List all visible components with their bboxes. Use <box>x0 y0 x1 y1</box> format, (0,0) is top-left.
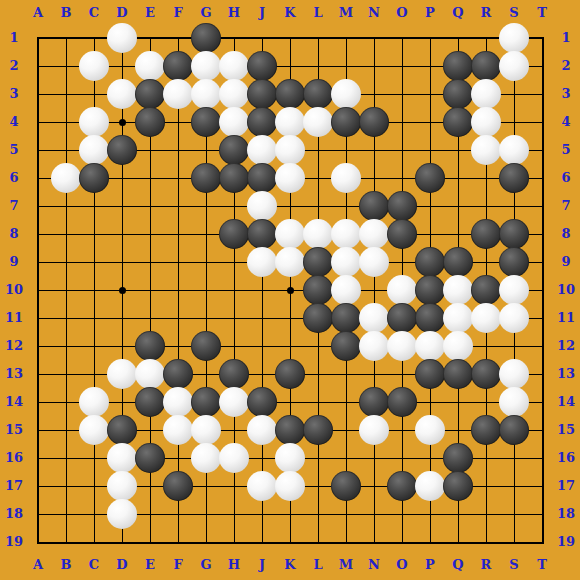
column-label-top: D <box>110 6 134 20</box>
stone-black <box>331 303 361 333</box>
stone-black <box>471 219 501 249</box>
stone-black <box>303 247 333 277</box>
stone-white <box>275 135 305 165</box>
row-label-right: 14 <box>554 395 578 409</box>
stone-white <box>247 471 277 501</box>
row-label-left: 2 <box>2 59 26 73</box>
stone-white <box>79 51 109 81</box>
stone-black <box>275 359 305 389</box>
stone-black <box>191 23 221 53</box>
row-label-right: 12 <box>554 339 578 353</box>
row-label-right: 5 <box>554 143 578 157</box>
stone-black <box>247 163 277 193</box>
row-label-left: 12 <box>2 339 26 353</box>
stone-white <box>163 79 193 109</box>
stone-black <box>135 443 165 473</box>
row-label-left: 7 <box>2 199 26 213</box>
stone-white <box>219 443 249 473</box>
stone-black <box>443 107 473 137</box>
row-label-left: 4 <box>2 115 26 129</box>
column-label-bottom: D <box>110 558 134 572</box>
stone-black <box>135 331 165 361</box>
go-board[interactable]: ABCDEFGHJKLMNOPQRST ABCDEFGHJKLMNOPQRST … <box>0 0 580 580</box>
column-label-top: O <box>390 6 414 20</box>
stone-white <box>275 219 305 249</box>
column-label-top: M <box>334 6 358 20</box>
stone-white <box>247 247 277 277</box>
stone-white <box>275 471 305 501</box>
stone-black <box>79 163 109 193</box>
row-label-right: 18 <box>554 507 578 521</box>
column-label-top: B <box>54 6 78 20</box>
stone-black <box>107 135 137 165</box>
stone-white <box>443 303 473 333</box>
stone-white <box>135 359 165 389</box>
column-label-top: K <box>278 6 302 20</box>
star-point <box>119 287 126 294</box>
row-label-left: 8 <box>2 227 26 241</box>
column-label-bottom: L <box>306 558 330 572</box>
column-label-top: J <box>250 6 274 20</box>
stone-white <box>247 135 277 165</box>
stone-white <box>79 415 109 445</box>
column-label-bottom: B <box>54 558 78 572</box>
row-label-right: 19 <box>554 535 578 549</box>
column-label-top: H <box>222 6 246 20</box>
stone-white <box>107 471 137 501</box>
column-label-bottom: O <box>390 558 414 572</box>
row-label-left: 15 <box>2 423 26 437</box>
stone-white <box>499 303 529 333</box>
stone-white <box>163 415 193 445</box>
stone-white <box>331 247 361 277</box>
column-label-top: E <box>138 6 162 20</box>
stone-white <box>387 331 417 361</box>
stone-black <box>275 415 305 445</box>
column-label-top: C <box>82 6 106 20</box>
column-label-top: G <box>194 6 218 20</box>
stone-black <box>219 135 249 165</box>
stone-black <box>247 387 277 417</box>
stone-black <box>275 79 305 109</box>
stone-white <box>107 499 137 529</box>
stone-white <box>331 163 361 193</box>
stone-white <box>107 359 137 389</box>
stone-black <box>135 387 165 417</box>
stone-black <box>499 415 529 445</box>
row-label-right: 8 <box>554 227 578 241</box>
stone-black <box>163 471 193 501</box>
stone-black <box>107 415 137 445</box>
stone-black <box>415 247 445 277</box>
stone-white <box>275 163 305 193</box>
stone-black <box>191 331 221 361</box>
row-label-left: 13 <box>2 367 26 381</box>
stone-white <box>359 247 389 277</box>
row-label-right: 3 <box>554 87 578 101</box>
stone-black <box>499 247 529 277</box>
stone-white <box>107 23 137 53</box>
column-label-top: F <box>166 6 190 20</box>
stone-black <box>415 163 445 193</box>
stone-white <box>499 275 529 305</box>
column-label-bottom: T <box>530 558 554 572</box>
stone-white <box>191 51 221 81</box>
column-label-bottom: G <box>194 558 218 572</box>
stone-white <box>331 275 361 305</box>
stone-black <box>387 303 417 333</box>
row-label-left: 17 <box>2 479 26 493</box>
stone-white <box>219 107 249 137</box>
stone-black <box>247 107 277 137</box>
stone-white <box>359 303 389 333</box>
stone-white <box>79 135 109 165</box>
stone-white <box>219 387 249 417</box>
stone-black <box>247 79 277 109</box>
stone-white <box>499 359 529 389</box>
stone-black <box>191 387 221 417</box>
stone-black <box>387 387 417 417</box>
column-label-top: S <box>502 6 526 20</box>
stone-black <box>191 163 221 193</box>
row-label-left: 9 <box>2 255 26 269</box>
row-label-left: 14 <box>2 395 26 409</box>
stone-black <box>443 443 473 473</box>
stone-white <box>359 331 389 361</box>
column-label-top: R <box>474 6 498 20</box>
stone-white <box>471 107 501 137</box>
stone-black <box>443 247 473 277</box>
column-label-bottom: Q <box>446 558 470 572</box>
row-label-right: 11 <box>554 311 578 325</box>
row-label-left: 11 <box>2 311 26 325</box>
stone-black <box>303 79 333 109</box>
column-label-bottom: M <box>334 558 358 572</box>
row-label-right: 7 <box>554 199 578 213</box>
stone-white <box>499 23 529 53</box>
stone-black <box>443 51 473 81</box>
column-label-top: P <box>418 6 442 20</box>
stone-black <box>471 415 501 445</box>
stone-black <box>219 219 249 249</box>
stone-black <box>331 471 361 501</box>
stone-white <box>191 443 221 473</box>
stone-white <box>275 443 305 473</box>
row-label-left: 3 <box>2 87 26 101</box>
column-label-bottom: J <box>250 558 274 572</box>
row-label-left: 10 <box>2 283 26 297</box>
row-label-left: 6 <box>2 171 26 185</box>
stone-white <box>163 387 193 417</box>
stone-white <box>275 247 305 277</box>
row-label-left: 19 <box>2 535 26 549</box>
column-label-bottom: N <box>362 558 386 572</box>
row-label-right: 16 <box>554 451 578 465</box>
column-label-top: T <box>530 6 554 20</box>
stone-black <box>443 359 473 389</box>
stone-white <box>191 79 221 109</box>
stone-black <box>471 275 501 305</box>
stone-black <box>499 163 529 193</box>
column-label-bottom: R <box>474 558 498 572</box>
stone-white <box>79 107 109 137</box>
stone-white <box>415 331 445 361</box>
stone-white <box>359 415 389 445</box>
stone-black <box>247 51 277 81</box>
row-label-left: 5 <box>2 143 26 157</box>
row-label-right: 10 <box>554 283 578 297</box>
stone-black <box>163 359 193 389</box>
stone-black <box>331 331 361 361</box>
stone-white <box>499 51 529 81</box>
stone-black <box>359 191 389 221</box>
stone-black <box>163 51 193 81</box>
stone-white <box>135 51 165 81</box>
column-label-bottom: P <box>418 558 442 572</box>
stone-black <box>303 415 333 445</box>
stone-white <box>471 79 501 109</box>
stone-white <box>443 331 473 361</box>
stone-black <box>191 107 221 137</box>
stone-white <box>499 135 529 165</box>
row-label-right: 17 <box>554 479 578 493</box>
column-label-bottom: H <box>222 558 246 572</box>
stone-white <box>107 443 137 473</box>
stone-black <box>499 219 529 249</box>
stone-white <box>79 387 109 417</box>
stone-white <box>499 387 529 417</box>
stone-black <box>387 219 417 249</box>
stone-white <box>331 219 361 249</box>
column-label-bottom: E <box>138 558 162 572</box>
stone-black <box>471 51 501 81</box>
stone-white <box>471 135 501 165</box>
stone-black <box>135 107 165 137</box>
stone-white <box>443 275 473 305</box>
row-label-left: 16 <box>2 451 26 465</box>
stone-black <box>415 275 445 305</box>
row-label-right: 6 <box>554 171 578 185</box>
stone-white <box>303 107 333 137</box>
row-label-right: 9 <box>554 255 578 269</box>
stone-white <box>275 107 305 137</box>
column-label-top: L <box>306 6 330 20</box>
stone-white <box>219 79 249 109</box>
star-point <box>119 119 126 126</box>
stone-black <box>359 107 389 137</box>
row-label-right: 1 <box>554 31 578 45</box>
stone-black <box>415 359 445 389</box>
stone-black <box>443 79 473 109</box>
row-label-right: 4 <box>554 115 578 129</box>
stone-black <box>443 471 473 501</box>
stone-black <box>303 303 333 333</box>
column-label-bottom: K <box>278 558 302 572</box>
stone-black <box>303 275 333 305</box>
stone-white <box>387 275 417 305</box>
column-label-bottom: S <box>502 558 526 572</box>
stone-white <box>303 219 333 249</box>
stone-black <box>135 79 165 109</box>
column-label-bottom: A <box>26 558 50 572</box>
row-label-left: 1 <box>2 31 26 45</box>
stone-white <box>359 219 389 249</box>
stone-white <box>471 303 501 333</box>
stone-black <box>415 303 445 333</box>
row-label-right: 15 <box>554 423 578 437</box>
stone-black <box>331 107 361 137</box>
star-point <box>287 287 294 294</box>
column-label-bottom: F <box>166 558 190 572</box>
stone-white <box>247 191 277 221</box>
column-label-bottom: C <box>82 558 106 572</box>
stone-white <box>415 471 445 501</box>
stone-white <box>247 415 277 445</box>
column-label-top: N <box>362 6 386 20</box>
stone-black <box>219 359 249 389</box>
stone-white <box>51 163 81 193</box>
stone-black <box>387 191 417 221</box>
row-label-right: 13 <box>554 367 578 381</box>
stone-black <box>359 387 389 417</box>
column-label-top: Q <box>446 6 470 20</box>
stone-black <box>247 219 277 249</box>
stone-black <box>471 359 501 389</box>
stone-white <box>191 415 221 445</box>
stone-white <box>107 79 137 109</box>
stone-white <box>331 79 361 109</box>
stone-white <box>219 51 249 81</box>
stone-white <box>415 415 445 445</box>
row-label-right: 2 <box>554 59 578 73</box>
stone-black <box>219 163 249 193</box>
column-label-top: A <box>26 6 50 20</box>
row-label-left: 18 <box>2 507 26 521</box>
stone-black <box>387 471 417 501</box>
